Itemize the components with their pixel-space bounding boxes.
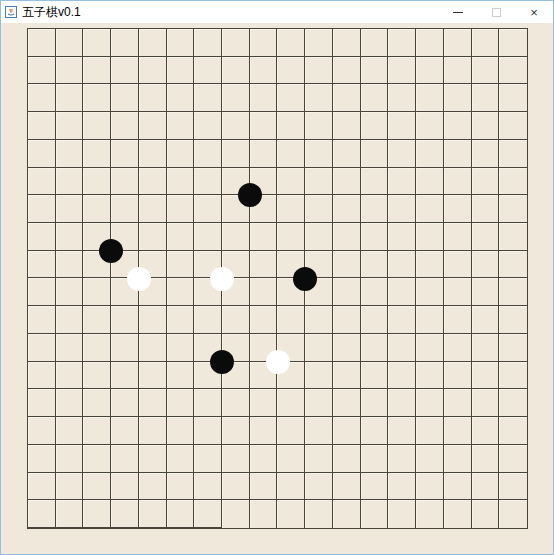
board-cell[interactable] (444, 389, 472, 417)
board-cell[interactable] (194, 29, 222, 57)
board-cell[interactable] (333, 195, 361, 223)
board-cell[interactable] (277, 306, 305, 334)
board-cell[interactable] (111, 29, 139, 57)
board-cell[interactable] (194, 223, 222, 251)
board-cell[interactable] (499, 473, 527, 501)
board-cell[interactable] (388, 195, 416, 223)
board-cell[interactable] (277, 140, 305, 168)
board-cell[interactable] (472, 306, 500, 334)
board-cell[interactable] (416, 362, 444, 390)
board-cell[interactable] (250, 57, 278, 85)
board-cell[interactable] (139, 306, 167, 334)
board-cell[interactable] (167, 334, 195, 362)
board-cell[interactable] (83, 306, 111, 334)
board-cell[interactable] (194, 195, 222, 223)
board-cell[interactable] (194, 306, 222, 334)
board-cell[interactable] (56, 84, 84, 112)
board-cell[interactable] (111, 445, 139, 473)
board-cell[interactable] (222, 84, 250, 112)
board-cell[interactable] (416, 57, 444, 85)
board-cell[interactable] (222, 112, 250, 140)
board-cell[interactable] (250, 84, 278, 112)
board-cell[interactable] (56, 500, 84, 528)
board-cell[interactable] (333, 445, 361, 473)
board-cell[interactable] (388, 168, 416, 196)
board-cell[interactable] (111, 417, 139, 445)
board-cell[interactable] (111, 84, 139, 112)
board-cell[interactable] (250, 417, 278, 445)
board-cell[interactable] (305, 57, 333, 85)
board-cell[interactable] (444, 168, 472, 196)
board-cell[interactable] (194, 473, 222, 501)
board-cell[interactable] (56, 306, 84, 334)
board-cell[interactable] (388, 251, 416, 279)
board-cell[interactable] (83, 417, 111, 445)
board-cell[interactable] (167, 278, 195, 306)
board-cell[interactable] (56, 29, 84, 57)
board-cell[interactable] (416, 417, 444, 445)
board-cell[interactable] (305, 84, 333, 112)
minimize-button[interactable] (439, 1, 477, 23)
board-cell[interactable] (139, 417, 167, 445)
board-cell[interactable] (83, 445, 111, 473)
board-cell[interactable] (388, 306, 416, 334)
board-cell[interactable] (499, 112, 527, 140)
board-cell[interactable] (167, 57, 195, 85)
board-cell[interactable] (250, 251, 278, 279)
board-cell[interactable] (139, 168, 167, 196)
board-cell[interactable] (250, 306, 278, 334)
board-cell[interactable] (194, 445, 222, 473)
board-cell[interactable] (222, 57, 250, 85)
board-cell[interactable] (361, 251, 389, 279)
board-cell[interactable] (472, 362, 500, 390)
board-cell[interactable] (333, 112, 361, 140)
board-cell[interactable] (28, 57, 56, 85)
board-cell[interactable] (499, 417, 527, 445)
board-cell[interactable] (83, 362, 111, 390)
board-cell[interactable] (167, 29, 195, 57)
board-cell[interactable] (111, 362, 139, 390)
board-cell[interactable] (28, 29, 56, 57)
board-cell[interactable] (111, 334, 139, 362)
board-cell[interactable] (222, 417, 250, 445)
board-cell[interactable] (305, 168, 333, 196)
board-cell[interactable] (361, 140, 389, 168)
board-cell[interactable] (444, 223, 472, 251)
board-cell[interactable] (416, 112, 444, 140)
board-cell[interactable] (444, 278, 472, 306)
board-cell[interactable] (499, 251, 527, 279)
board-cell[interactable] (56, 334, 84, 362)
board-cell[interactable] (444, 473, 472, 501)
board-cell[interactable] (277, 389, 305, 417)
board-cell[interactable] (499, 223, 527, 251)
board-cell[interactable] (472, 500, 500, 528)
board-cell[interactable] (111, 500, 139, 528)
board-cell[interactable] (444, 29, 472, 57)
board-cell[interactable] (167, 417, 195, 445)
board-cell[interactable] (222, 140, 250, 168)
board-cell[interactable] (277, 168, 305, 196)
board-cell[interactable] (472, 417, 500, 445)
board-cell[interactable] (277, 223, 305, 251)
board-cell[interactable] (305, 306, 333, 334)
board-cell[interactable] (28, 389, 56, 417)
board-cell[interactable] (277, 500, 305, 528)
board-cell[interactable] (139, 473, 167, 501)
board-cell[interactable] (28, 168, 56, 196)
board-cell[interactable] (499, 84, 527, 112)
board-cell[interactable] (388, 57, 416, 85)
board-cell[interactable] (305, 334, 333, 362)
board-cell[interactable] (499, 278, 527, 306)
board-cell[interactable] (305, 389, 333, 417)
board-cell[interactable] (416, 278, 444, 306)
board-cell[interactable] (388, 389, 416, 417)
board-cell[interactable] (83, 389, 111, 417)
board-cell[interactable] (139, 362, 167, 390)
board-cell[interactable] (333, 362, 361, 390)
board-cell[interactable] (222, 223, 250, 251)
board-cell[interactable] (222, 29, 250, 57)
board-cell[interactable] (361, 362, 389, 390)
board-cell[interactable] (194, 417, 222, 445)
board-cell[interactable] (277, 473, 305, 501)
board-cell[interactable] (333, 57, 361, 85)
board-cell[interactable] (305, 417, 333, 445)
board-cell[interactable] (499, 57, 527, 85)
board-cell[interactable] (139, 57, 167, 85)
board-cell[interactable] (194, 500, 222, 528)
board-cell[interactable] (361, 112, 389, 140)
board-cell[interactable] (167, 306, 195, 334)
board-cell[interactable] (83, 57, 111, 85)
board-cell[interactable] (167, 195, 195, 223)
board-cell[interactable] (333, 168, 361, 196)
board-cell[interactable] (416, 334, 444, 362)
board-cell[interactable] (333, 251, 361, 279)
board-cell[interactable] (194, 140, 222, 168)
board-cell[interactable] (139, 445, 167, 473)
board-cell[interactable] (139, 195, 167, 223)
board-cell[interactable] (250, 140, 278, 168)
board-cell[interactable] (28, 84, 56, 112)
board-cell[interactable] (56, 195, 84, 223)
board-cell[interactable] (472, 57, 500, 85)
board-cell[interactable] (139, 84, 167, 112)
board-cell[interactable] (167, 112, 195, 140)
board-cell[interactable] (28, 278, 56, 306)
board-cell[interactable] (277, 29, 305, 57)
board-cell[interactable] (250, 223, 278, 251)
board-cell[interactable] (28, 334, 56, 362)
board-cell[interactable] (388, 362, 416, 390)
board-cell[interactable] (111, 306, 139, 334)
board-cell[interactable] (388, 29, 416, 57)
board-cell[interactable] (167, 500, 195, 528)
board-cell[interactable] (472, 84, 500, 112)
board-cell[interactable] (361, 168, 389, 196)
board-cell[interactable] (28, 500, 56, 528)
board-cell[interactable] (167, 251, 195, 279)
board-cell[interactable] (361, 57, 389, 85)
board-cell[interactable] (139, 389, 167, 417)
board-cell[interactable] (111, 112, 139, 140)
board-cell[interactable] (361, 84, 389, 112)
board-cell[interactable] (139, 140, 167, 168)
board-cell[interactable] (111, 195, 139, 223)
board-cell[interactable] (250, 29, 278, 57)
board-cell[interactable] (388, 140, 416, 168)
board-cell[interactable] (28, 417, 56, 445)
board-cell[interactable] (111, 389, 139, 417)
board-cell[interactable] (56, 362, 84, 390)
board-cell[interactable] (361, 278, 389, 306)
board-cell[interactable] (56, 168, 84, 196)
board-cell[interactable] (111, 473, 139, 501)
board-cell[interactable] (194, 57, 222, 85)
board-cell[interactable] (83, 84, 111, 112)
board-cell[interactable] (277, 445, 305, 473)
board-cell[interactable] (139, 500, 167, 528)
board-cell[interactable] (250, 389, 278, 417)
board-cell[interactable] (472, 251, 500, 279)
board-cell[interactable] (139, 334, 167, 362)
board-cell[interactable] (472, 112, 500, 140)
board-cell[interactable] (444, 334, 472, 362)
board-cell[interactable] (333, 306, 361, 334)
board-cell[interactable] (388, 500, 416, 528)
board-cell[interactable] (388, 112, 416, 140)
board-cell[interactable] (388, 334, 416, 362)
board-cell[interactable] (194, 389, 222, 417)
board-cell[interactable] (305, 140, 333, 168)
board-cell[interactable] (499, 140, 527, 168)
board-cell[interactable] (83, 195, 111, 223)
board-cell[interactable] (250, 500, 278, 528)
board-cell[interactable] (388, 417, 416, 445)
board-cell[interactable] (277, 84, 305, 112)
board-cell[interactable] (499, 168, 527, 196)
board-cell[interactable] (305, 223, 333, 251)
board-cell[interactable] (472, 334, 500, 362)
board-cell[interactable] (416, 251, 444, 279)
board-cell[interactable] (56, 278, 84, 306)
board-cell[interactable] (416, 168, 444, 196)
board-cell[interactable] (472, 278, 500, 306)
board-cell[interactable] (444, 195, 472, 223)
board-cell[interactable] (388, 84, 416, 112)
board-cell[interactable] (472, 29, 500, 57)
board-cell[interactable] (472, 195, 500, 223)
board-cell[interactable] (305, 445, 333, 473)
board-cell[interactable] (305, 362, 333, 390)
board-cell[interactable] (83, 500, 111, 528)
board-cell[interactable] (444, 112, 472, 140)
board-cell[interactable] (222, 500, 250, 528)
board-cell[interactable] (167, 445, 195, 473)
board-cell[interactable] (388, 278, 416, 306)
board-cell[interactable] (56, 445, 84, 473)
board-cell[interactable] (167, 473, 195, 501)
board-cell[interactable] (305, 473, 333, 501)
board-cell[interactable] (111, 168, 139, 196)
board-cell[interactable] (222, 389, 250, 417)
board-cell[interactable] (361, 195, 389, 223)
board-cell[interactable] (139, 29, 167, 57)
board-cell[interactable] (305, 112, 333, 140)
board-cell[interactable] (28, 195, 56, 223)
board-cell[interactable] (111, 57, 139, 85)
board-cell[interactable] (222, 306, 250, 334)
board-cell[interactable] (56, 389, 84, 417)
board-cell[interactable] (499, 334, 527, 362)
board-cell[interactable] (194, 168, 222, 196)
board-cell[interactable] (333, 278, 361, 306)
board-cell[interactable] (139, 112, 167, 140)
board-cell[interactable] (333, 334, 361, 362)
board-cell[interactable] (28, 251, 56, 279)
board-cell[interactable] (222, 445, 250, 473)
board-cell[interactable] (28, 140, 56, 168)
board-cell[interactable] (499, 29, 527, 57)
board-cell[interactable] (388, 473, 416, 501)
board-cell[interactable] (167, 140, 195, 168)
board-cell[interactable] (416, 473, 444, 501)
board-cell[interactable] (361, 334, 389, 362)
board-cell[interactable] (28, 112, 56, 140)
board-cell[interactable] (444, 362, 472, 390)
board-cell[interactable] (83, 112, 111, 140)
board-cell[interactable] (416, 223, 444, 251)
board-cell[interactable] (56, 57, 84, 85)
board-cell[interactable] (499, 389, 527, 417)
board-cell[interactable] (416, 29, 444, 57)
board-cell[interactable] (277, 195, 305, 223)
board-cell[interactable] (444, 140, 472, 168)
board-cell[interactable] (472, 473, 500, 501)
board-cell[interactable] (277, 112, 305, 140)
board-cell[interactable] (333, 473, 361, 501)
board-cell[interactable] (56, 140, 84, 168)
board-cell[interactable] (361, 445, 389, 473)
board-cell[interactable] (361, 223, 389, 251)
board-cell[interactable] (333, 29, 361, 57)
board-cell[interactable] (361, 29, 389, 57)
board-cell[interactable] (416, 195, 444, 223)
board-cell[interactable] (333, 223, 361, 251)
board-cell[interactable] (250, 278, 278, 306)
board-cell[interactable] (305, 195, 333, 223)
board-cell[interactable] (167, 389, 195, 417)
board-cell[interactable] (28, 362, 56, 390)
board-cell[interactable] (167, 362, 195, 390)
board-cell[interactable] (499, 445, 527, 473)
board-cell[interactable] (444, 84, 472, 112)
board-cell[interactable] (28, 445, 56, 473)
board-cell[interactable] (361, 417, 389, 445)
board-cell[interactable] (416, 306, 444, 334)
board-cell[interactable] (139, 223, 167, 251)
board-cell[interactable] (472, 223, 500, 251)
board-cell[interactable] (28, 306, 56, 334)
board-cell[interactable] (499, 306, 527, 334)
board-cell[interactable] (277, 57, 305, 85)
board-grid[interactable] (27, 28, 528, 529)
board-cell[interactable] (499, 195, 527, 223)
board-cell[interactable] (56, 417, 84, 445)
board-cell[interactable] (83, 140, 111, 168)
board-cell[interactable] (111, 140, 139, 168)
board-cell[interactable] (444, 251, 472, 279)
board-cell[interactable] (56, 251, 84, 279)
board-cell[interactable] (305, 500, 333, 528)
board-cell[interactable] (83, 278, 111, 306)
board-cell[interactable] (388, 223, 416, 251)
board-cell[interactable] (361, 389, 389, 417)
board-cell[interactable] (56, 223, 84, 251)
board-cell[interactable] (361, 306, 389, 334)
board-cell[interactable] (333, 84, 361, 112)
board-cell[interactable] (83, 29, 111, 57)
close-button[interactable]: × (515, 1, 553, 23)
board-cell[interactable] (333, 500, 361, 528)
board-cell[interactable] (277, 417, 305, 445)
board-cell[interactable] (333, 389, 361, 417)
board-cell[interactable] (444, 445, 472, 473)
board-cell[interactable] (444, 417, 472, 445)
board-cell[interactable] (194, 84, 222, 112)
board-cell[interactable] (250, 112, 278, 140)
board-cell[interactable] (499, 362, 527, 390)
board-cell[interactable] (28, 223, 56, 251)
board-cell[interactable] (499, 500, 527, 528)
board-cell[interactable] (361, 473, 389, 501)
board-cell[interactable] (416, 500, 444, 528)
board-cell[interactable] (167, 223, 195, 251)
board-cell[interactable] (388, 445, 416, 473)
board-cell[interactable] (444, 306, 472, 334)
board-cell[interactable] (83, 168, 111, 196)
board-cell[interactable] (444, 500, 472, 528)
board-cell[interactable] (416, 84, 444, 112)
board-cell[interactable] (472, 168, 500, 196)
board-cell[interactable] (222, 473, 250, 501)
board-cell[interactable] (416, 140, 444, 168)
board-cell[interactable] (83, 473, 111, 501)
board-cell[interactable] (56, 112, 84, 140)
board-cell[interactable] (416, 445, 444, 473)
board-cell[interactable] (333, 417, 361, 445)
board-cell[interactable] (472, 140, 500, 168)
board-cell[interactable] (167, 84, 195, 112)
board-cell[interactable] (444, 57, 472, 85)
board-cell[interactable] (250, 473, 278, 501)
board-cell[interactable] (83, 334, 111, 362)
board-cell[interactable] (56, 473, 84, 501)
board-cell[interactable] (305, 29, 333, 57)
board-cell[interactable] (167, 168, 195, 196)
board-cell[interactable] (28, 473, 56, 501)
board-cell[interactable] (361, 500, 389, 528)
board-cell[interactable] (333, 140, 361, 168)
board-cell[interactable] (250, 445, 278, 473)
board-cell[interactable] (416, 389, 444, 417)
board-cell[interactable] (472, 389, 500, 417)
board-cell[interactable] (472, 445, 500, 473)
board-cell[interactable] (194, 112, 222, 140)
